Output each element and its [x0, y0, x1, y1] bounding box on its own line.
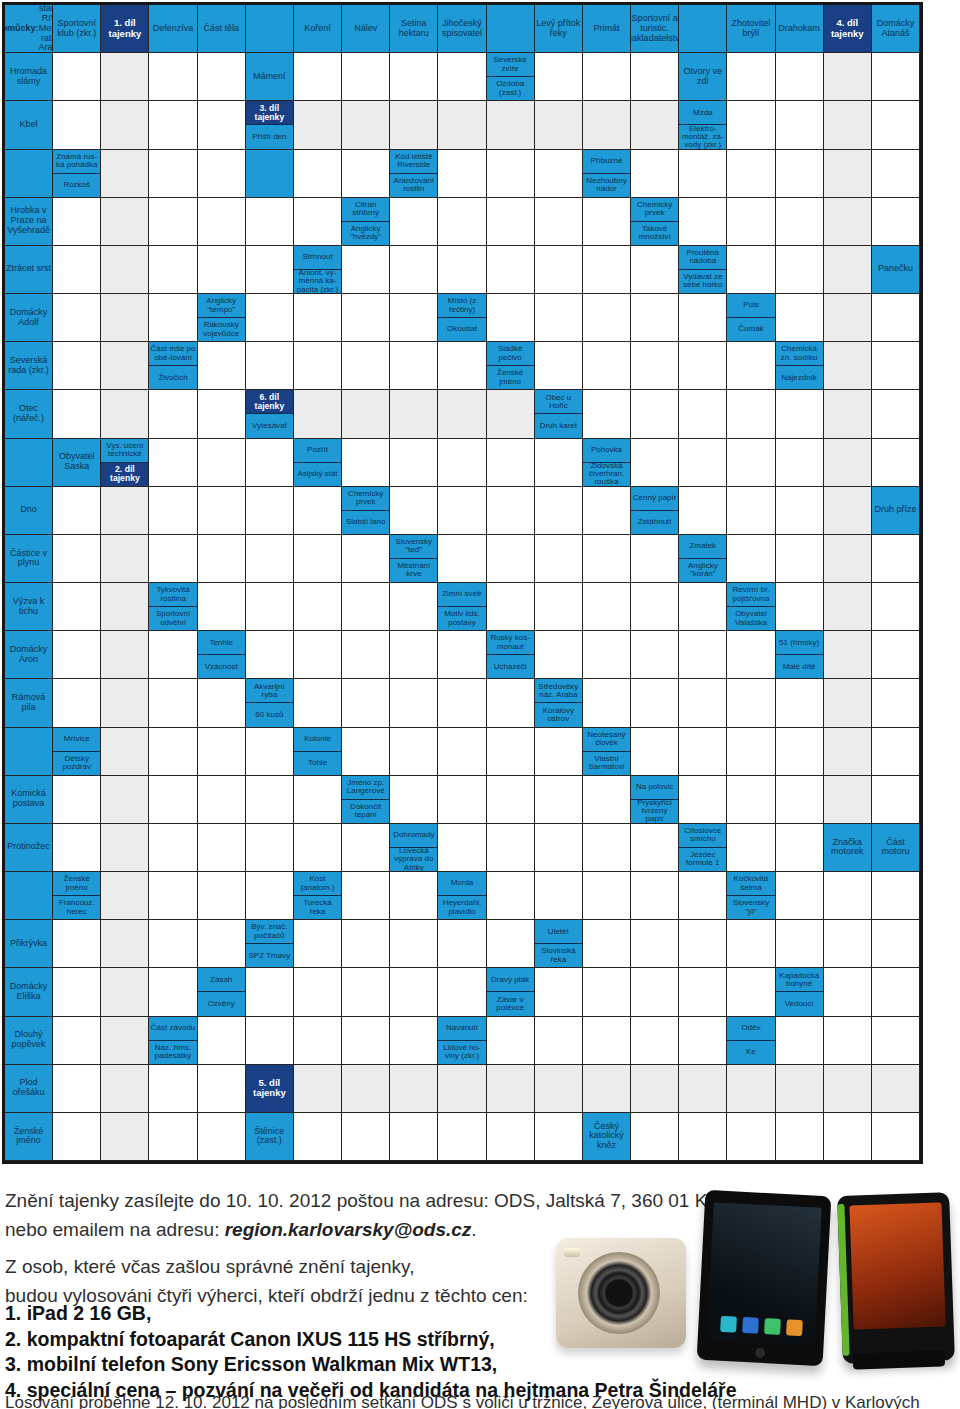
- tajenka-answer-cell[interactable]: [101, 920, 149, 968]
- answer-cell[interactable]: [487, 1017, 535, 1065]
- answer-cell[interactable]: [198, 390, 246, 438]
- answer-cell[interactable]: [872, 342, 920, 390]
- tajenka-answer-cell[interactable]: [101, 198, 149, 246]
- answer-cell[interactable]: [198, 53, 246, 101]
- answer-cell[interactable]: [438, 968, 486, 1016]
- answer-cell[interactable]: [198, 872, 246, 920]
- answer-cell[interactable]: [149, 439, 197, 487]
- answer-cell[interactable]: [631, 968, 679, 1016]
- answer-cell[interactable]: [198, 487, 246, 535]
- answer-cell[interactable]: [198, 535, 246, 583]
- tajenka-answer-cell[interactable]: [872, 1065, 920, 1113]
- answer-cell[interactable]: [487, 487, 535, 535]
- answer-cell[interactable]: [679, 150, 727, 198]
- answer-cell[interactable]: [53, 198, 101, 246]
- answer-cell[interactable]: [149, 1065, 197, 1113]
- answer-cell[interactable]: [535, 150, 583, 198]
- answer-cell[interactable]: [535, 487, 583, 535]
- answer-cell[interactable]: [872, 535, 920, 583]
- answer-cell[interactable]: [198, 776, 246, 824]
- answer-cell[interactable]: [149, 968, 197, 1016]
- answer-cell[interactable]: [631, 390, 679, 438]
- tajenka-answer-cell[interactable]: [824, 776, 872, 824]
- tajenka-answer-cell[interactable]: [583, 1065, 631, 1113]
- answer-cell[interactable]: [535, 583, 583, 631]
- tajenka-answer-cell[interactable]: [824, 535, 872, 583]
- answer-cell[interactable]: [776, 53, 824, 101]
- answer-cell[interactable]: [149, 294, 197, 342]
- answer-cell[interactable]: [487, 1113, 535, 1161]
- answer-cell[interactable]: [535, 535, 583, 583]
- answer-cell[interactable]: [824, 1017, 872, 1065]
- answer-cell[interactable]: [390, 294, 438, 342]
- answer-cell[interactable]: [727, 150, 775, 198]
- answer-cell[interactable]: [727, 728, 775, 776]
- answer-cell[interactable]: [294, 968, 342, 1016]
- tajenka-answer-cell[interactable]: [101, 390, 149, 438]
- answer-cell[interactable]: [342, 824, 390, 872]
- answer-cell[interactable]: [631, 535, 679, 583]
- answer-cell[interactable]: [294, 150, 342, 198]
- answer-cell[interactable]: [390, 53, 438, 101]
- answer-cell[interactable]: [535, 968, 583, 1016]
- tajenka-answer-cell[interactable]: [101, 679, 149, 727]
- answer-cell[interactable]: [776, 487, 824, 535]
- answer-cell[interactable]: [872, 631, 920, 679]
- answer-cell[interactable]: [776, 1017, 824, 1065]
- answer-cell[interactable]: [535, 776, 583, 824]
- answer-cell[interactable]: [53, 487, 101, 535]
- answer-cell[interactable]: [390, 1113, 438, 1161]
- answer-cell[interactable]: [342, 1113, 390, 1161]
- answer-cell[interactable]: [149, 920, 197, 968]
- tajenka-answer-cell[interactable]: [824, 728, 872, 776]
- answer-cell[interactable]: [438, 679, 486, 727]
- answer-cell[interactable]: [776, 198, 824, 246]
- answer-cell[interactable]: [149, 631, 197, 679]
- tajenka-answer-cell[interactable]: [342, 101, 390, 149]
- answer-cell[interactable]: [294, 53, 342, 101]
- answer-cell[interactable]: [872, 728, 920, 776]
- answer-cell[interactable]: [53, 679, 101, 727]
- answer-cell[interactable]: [583, 535, 631, 583]
- answer-cell[interactable]: [631, 679, 679, 727]
- tajenka-answer-cell[interactable]: [101, 776, 149, 824]
- tajenka-answer-cell[interactable]: [776, 1065, 824, 1113]
- answer-cell[interactable]: [679, 198, 727, 246]
- answer-cell[interactable]: [246, 487, 294, 535]
- answer-cell[interactable]: [583, 342, 631, 390]
- tajenka-answer-cell[interactable]: [101, 535, 149, 583]
- answer-cell[interactable]: [438, 824, 486, 872]
- answer-cell[interactable]: [246, 439, 294, 487]
- answer-cell[interactable]: [679, 487, 727, 535]
- answer-cell[interactable]: [776, 294, 824, 342]
- answer-cell[interactable]: [535, 824, 583, 872]
- answer-cell[interactable]: [342, 728, 390, 776]
- answer-cell[interactable]: [727, 101, 775, 149]
- tajenka-answer-cell[interactable]: [824, 487, 872, 535]
- answer-cell[interactable]: [246, 583, 294, 631]
- answer-cell[interactable]: [583, 968, 631, 1016]
- answer-cell[interactable]: [198, 1017, 246, 1065]
- answer-cell[interactable]: [342, 294, 390, 342]
- answer-cell[interactable]: [631, 631, 679, 679]
- tajenka-answer-cell[interactable]: [824, 294, 872, 342]
- answer-cell[interactable]: [438, 439, 486, 487]
- answer-cell[interactable]: [438, 150, 486, 198]
- answer-cell[interactable]: [246, 968, 294, 1016]
- answer-cell[interactable]: [246, 342, 294, 390]
- answer-cell[interactable]: [824, 968, 872, 1016]
- tajenka-answer-cell[interactable]: [824, 583, 872, 631]
- answer-cell[interactable]: [53, 246, 101, 294]
- answer-cell[interactable]: [679, 679, 727, 727]
- answer-cell[interactable]: [390, 439, 438, 487]
- answer-cell[interactable]: [149, 198, 197, 246]
- tajenka-answer-cell[interactable]: [101, 872, 149, 920]
- answer-cell[interactable]: [872, 920, 920, 968]
- answer-cell[interactable]: [246, 631, 294, 679]
- answer-cell[interactable]: [535, 53, 583, 101]
- tajenka-answer-cell[interactable]: [824, 53, 872, 101]
- answer-cell[interactable]: [487, 824, 535, 872]
- answer-cell[interactable]: [535, 872, 583, 920]
- answer-cell[interactable]: [872, 390, 920, 438]
- answer-cell[interactable]: [149, 776, 197, 824]
- tajenka-answer-cell[interactable]: [101, 728, 149, 776]
- answer-cell[interactable]: [342, 583, 390, 631]
- answer-cell[interactable]: [438, 198, 486, 246]
- tajenka-answer-cell[interactable]: [535, 1065, 583, 1113]
- answer-cell[interactable]: [53, 535, 101, 583]
- answer-cell[interactable]: [342, 920, 390, 968]
- tajenka-answer-cell[interactable]: [101, 246, 149, 294]
- answer-cell[interactable]: [390, 968, 438, 1016]
- answer-cell[interactable]: [149, 487, 197, 535]
- answer-cell[interactable]: [727, 776, 775, 824]
- answer-cell[interactable]: [727, 631, 775, 679]
- tajenka-answer-cell[interactable]: [824, 246, 872, 294]
- tajenka-answer-cell[interactable]: [294, 1065, 342, 1113]
- answer-cell[interactable]: [679, 968, 727, 1016]
- answer-cell[interactable]: [294, 535, 342, 583]
- answer-cell[interactable]: [246, 872, 294, 920]
- answer-cell[interactable]: [583, 294, 631, 342]
- answer-cell[interactable]: [824, 920, 872, 968]
- answer-cell[interactable]: [198, 439, 246, 487]
- tajenka-answer-cell[interactable]: [824, 631, 872, 679]
- answer-cell[interactable]: [872, 1113, 920, 1161]
- answer-cell[interactable]: [390, 198, 438, 246]
- answer-cell[interactable]: [390, 872, 438, 920]
- answer-cell[interactable]: [583, 198, 631, 246]
- answer-cell[interactable]: [679, 728, 727, 776]
- answer-cell[interactable]: [390, 342, 438, 390]
- answer-cell[interactable]: [294, 920, 342, 968]
- answer-cell[interactable]: [149, 872, 197, 920]
- tajenka-answer-cell[interactable]: [727, 1065, 775, 1113]
- answer-cell[interactable]: [246, 728, 294, 776]
- answer-cell[interactable]: [149, 101, 197, 149]
- tajenka-answer-cell[interactable]: [342, 390, 390, 438]
- answer-cell[interactable]: [198, 679, 246, 727]
- answer-cell[interactable]: [149, 535, 197, 583]
- tajenka-answer-cell[interactable]: [101, 1113, 149, 1161]
- answer-cell[interactable]: [872, 101, 920, 149]
- answer-cell[interactable]: [149, 150, 197, 198]
- tajenka-answer-cell[interactable]: [487, 1065, 535, 1113]
- answer-cell[interactable]: [727, 535, 775, 583]
- answer-cell[interactable]: [872, 294, 920, 342]
- answer-cell[interactable]: [390, 1017, 438, 1065]
- answer-cell[interactable]: [487, 728, 535, 776]
- answer-cell[interactable]: [246, 246, 294, 294]
- answer-cell[interactable]: [294, 776, 342, 824]
- tajenka-answer-cell[interactable]: [101, 583, 149, 631]
- answer-cell[interactable]: [198, 920, 246, 968]
- answer-cell[interactable]: [390, 246, 438, 294]
- answer-cell[interactable]: [776, 824, 824, 872]
- answer-cell[interactable]: [294, 294, 342, 342]
- tajenka-answer-cell[interactable]: [101, 150, 149, 198]
- answer-cell[interactable]: [776, 583, 824, 631]
- answer-cell[interactable]: [679, 439, 727, 487]
- answer-cell[interactable]: [631, 53, 679, 101]
- answer-cell[interactable]: [583, 390, 631, 438]
- answer-cell[interactable]: [872, 968, 920, 1016]
- answer-cell[interactable]: [342, 342, 390, 390]
- answer-cell[interactable]: [679, 776, 727, 824]
- tajenka-answer-cell[interactable]: [101, 968, 149, 1016]
- answer-cell[interactable]: [824, 872, 872, 920]
- answer-cell[interactable]: [198, 101, 246, 149]
- answer-cell[interactable]: [679, 294, 727, 342]
- answer-cell[interactable]: [727, 439, 775, 487]
- answer-cell[interactable]: [535, 1017, 583, 1065]
- answer-cell[interactable]: [294, 487, 342, 535]
- answer-cell[interactable]: [631, 150, 679, 198]
- answer-cell[interactable]: [679, 631, 727, 679]
- answer-cell[interactable]: [246, 198, 294, 246]
- answer-cell[interactable]: [631, 342, 679, 390]
- answer-cell[interactable]: [679, 1113, 727, 1161]
- answer-cell[interactable]: [631, 1017, 679, 1065]
- answer-cell[interactable]: [679, 872, 727, 920]
- answer-cell[interactable]: [776, 776, 824, 824]
- answer-cell[interactable]: [53, 968, 101, 1016]
- answer-cell[interactable]: [198, 728, 246, 776]
- tajenka-answer-cell[interactable]: [824, 101, 872, 149]
- answer-cell[interactable]: [53, 1065, 101, 1113]
- answer-cell[interactable]: [535, 342, 583, 390]
- answer-cell[interactable]: [679, 342, 727, 390]
- answer-cell[interactable]: [487, 920, 535, 968]
- answer-cell[interactable]: [583, 246, 631, 294]
- answer-cell[interactable]: [631, 294, 679, 342]
- answer-cell[interactable]: [438, 246, 486, 294]
- answer-cell[interactable]: [149, 728, 197, 776]
- answer-cell[interactable]: [53, 1113, 101, 1161]
- answer-cell[interactable]: [727, 824, 775, 872]
- answer-cell[interactable]: [438, 631, 486, 679]
- answer-cell[interactable]: [198, 824, 246, 872]
- answer-cell[interactable]: [535, 631, 583, 679]
- answer-cell[interactable]: [53, 294, 101, 342]
- answer-cell[interactable]: [872, 872, 920, 920]
- answer-cell[interactable]: [294, 583, 342, 631]
- tajenka-answer-cell[interactable]: [390, 1065, 438, 1113]
- tajenka-answer-cell[interactable]: [342, 1065, 390, 1113]
- tajenka-answer-cell[interactable]: [487, 101, 535, 149]
- answer-cell[interactable]: [438, 487, 486, 535]
- answer-cell[interactable]: [53, 583, 101, 631]
- answer-cell[interactable]: [776, 439, 824, 487]
- answer-cell[interactable]: [583, 872, 631, 920]
- answer-cell[interactable]: [727, 198, 775, 246]
- answer-cell[interactable]: [872, 776, 920, 824]
- answer-cell[interactable]: [583, 824, 631, 872]
- answer-cell[interactable]: [149, 1113, 197, 1161]
- answer-cell[interactable]: [438, 535, 486, 583]
- answer-cell[interactable]: [342, 1017, 390, 1065]
- answer-cell[interactable]: [149, 679, 197, 727]
- tajenka-answer-cell[interactable]: [294, 101, 342, 149]
- tajenka-answer-cell[interactable]: [438, 390, 486, 438]
- answer-cell[interactable]: [679, 583, 727, 631]
- answer-cell[interactable]: [53, 1017, 101, 1065]
- tajenka-answer-cell[interactable]: [101, 101, 149, 149]
- answer-cell[interactable]: [294, 679, 342, 727]
- answer-cell[interactable]: [149, 824, 197, 872]
- answer-cell[interactable]: [53, 631, 101, 679]
- answer-cell[interactable]: [631, 824, 679, 872]
- answer-cell[interactable]: [342, 872, 390, 920]
- answer-cell[interactable]: [198, 150, 246, 198]
- tajenka-answer-cell[interactable]: [583, 101, 631, 149]
- answer-cell[interactable]: [583, 631, 631, 679]
- answer-cell[interactable]: [535, 198, 583, 246]
- answer-cell[interactable]: [727, 246, 775, 294]
- answer-cell[interactable]: [583, 1017, 631, 1065]
- answer-cell[interactable]: [246, 1017, 294, 1065]
- answer-cell[interactable]: [679, 920, 727, 968]
- tajenka-answer-cell[interactable]: [101, 1065, 149, 1113]
- answer-cell[interactable]: [246, 294, 294, 342]
- answer-cell[interactable]: [872, 53, 920, 101]
- tajenka-answer-cell[interactable]: [487, 390, 535, 438]
- tajenka-answer-cell[interactable]: [390, 101, 438, 149]
- answer-cell[interactable]: [487, 150, 535, 198]
- answer-cell[interactable]: [342, 968, 390, 1016]
- answer-cell[interactable]: [198, 246, 246, 294]
- answer-cell[interactable]: [438, 1113, 486, 1161]
- answer-cell[interactable]: [294, 1017, 342, 1065]
- answer-cell[interactable]: [149, 246, 197, 294]
- answer-cell[interactable]: [727, 679, 775, 727]
- answer-cell[interactable]: [776, 679, 824, 727]
- answer-cell[interactable]: [198, 342, 246, 390]
- answer-cell[interactable]: [872, 583, 920, 631]
- answer-cell[interactable]: [776, 728, 824, 776]
- answer-cell[interactable]: [776, 150, 824, 198]
- answer-cell[interactable]: [294, 824, 342, 872]
- answer-cell[interactable]: [487, 439, 535, 487]
- tajenka-answer-cell[interactable]: [101, 487, 149, 535]
- answer-cell[interactable]: [583, 776, 631, 824]
- answer-cell[interactable]: [342, 631, 390, 679]
- answer-cell[interactable]: [487, 872, 535, 920]
- answer-cell[interactable]: [631, 920, 679, 968]
- answer-cell[interactable]: [535, 1113, 583, 1161]
- answer-cell[interactable]: [438, 728, 486, 776]
- answer-cell[interactable]: [487, 583, 535, 631]
- answer-cell[interactable]: [294, 631, 342, 679]
- tajenka-answer-cell[interactable]: [101, 1017, 149, 1065]
- answer-cell[interactable]: [294, 198, 342, 246]
- answer-cell[interactable]: [631, 439, 679, 487]
- tajenka-answer-cell[interactable]: [824, 198, 872, 246]
- tajenka-answer-cell[interactable]: [438, 1065, 486, 1113]
- answer-cell[interactable]: [246, 535, 294, 583]
- contest-email[interactable]: region.karlovarsky@ods.cz: [225, 1219, 472, 1240]
- answer-cell[interactable]: [487, 294, 535, 342]
- answer-cell[interactable]: [438, 53, 486, 101]
- answer-cell[interactable]: [390, 728, 438, 776]
- answer-cell[interactable]: [776, 101, 824, 149]
- answer-cell[interactable]: [294, 1113, 342, 1161]
- answer-cell[interactable]: [631, 872, 679, 920]
- answer-cell[interactable]: [487, 776, 535, 824]
- answer-cell[interactable]: [631, 1113, 679, 1161]
- tajenka-answer-cell[interactable]: [824, 342, 872, 390]
- tajenka-answer-cell[interactable]: [101, 294, 149, 342]
- answer-cell[interactable]: [342, 679, 390, 727]
- answer-cell[interactable]: [535, 294, 583, 342]
- answer-cell[interactable]: [727, 487, 775, 535]
- tajenka-answer-cell[interactable]: [438, 101, 486, 149]
- answer-cell[interactable]: [342, 53, 390, 101]
- answer-cell[interactable]: [390, 776, 438, 824]
- answer-cell[interactable]: [727, 968, 775, 1016]
- answer-cell[interactable]: [390, 631, 438, 679]
- answer-cell[interactable]: [438, 776, 486, 824]
- answer-cell[interactable]: [776, 872, 824, 920]
- answer-cell[interactable]: [149, 390, 197, 438]
- answer-cell[interactable]: [776, 535, 824, 583]
- answer-cell[interactable]: [438, 342, 486, 390]
- tajenka-answer-cell[interactable]: [535, 101, 583, 149]
- answer-cell[interactable]: [487, 198, 535, 246]
- answer-cell[interactable]: [872, 439, 920, 487]
- answer-cell[interactable]: [872, 679, 920, 727]
- answer-cell[interactable]: [342, 150, 390, 198]
- answer-cell[interactable]: [487, 246, 535, 294]
- answer-cell[interactable]: [53, 824, 101, 872]
- answer-cell[interactable]: [390, 920, 438, 968]
- answer-cell[interactable]: [390, 583, 438, 631]
- answer-cell[interactable]: [198, 198, 246, 246]
- answer-cell[interactable]: [776, 390, 824, 438]
- tajenka-answer-cell[interactable]: [824, 390, 872, 438]
- answer-cell[interactable]: [53, 101, 101, 149]
- answer-cell[interactable]: [727, 53, 775, 101]
- answer-cell[interactable]: [53, 390, 101, 438]
- answer-cell[interactable]: [342, 535, 390, 583]
- answer-cell[interactable]: [294, 342, 342, 390]
- answer-cell[interactable]: [198, 1065, 246, 1113]
- answer-cell[interactable]: [342, 246, 390, 294]
